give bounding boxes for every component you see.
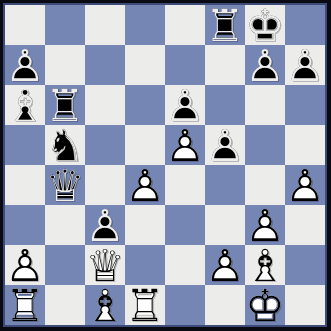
white-queen-glyph-outline: ♕ bbox=[85, 246, 125, 286]
white-pawn-glyph-fill: ♟ bbox=[205, 246, 245, 286]
square-g4[interactable] bbox=[245, 165, 285, 205]
square-g6[interactable] bbox=[245, 85, 285, 125]
black-king-glyph-fill: ♚ bbox=[245, 6, 285, 46]
square-g1[interactable]: ♚♔ bbox=[245, 285, 285, 325]
square-a7[interactable]: ♟♙ bbox=[5, 45, 45, 85]
square-b2[interactable] bbox=[45, 245, 85, 285]
white-rook-glyph-fill: ♜ bbox=[5, 286, 45, 326]
black-knight-glyph-fill: ♞ bbox=[45, 126, 85, 166]
black-pawn-glyph-outline: ♙ bbox=[205, 126, 245, 166]
white-pawn-glyph-outline: ♙ bbox=[205, 246, 245, 286]
square-e3[interactable] bbox=[165, 205, 205, 245]
black-pawn-glyph-fill: ♟ bbox=[85, 206, 125, 246]
square-a5[interactable] bbox=[5, 125, 45, 165]
black-pawn-glyph-outline: ♙ bbox=[285, 46, 325, 86]
chess-board-frame: ♜♖♚♔♟♙♟♙♟♙♝♗♜♖♟♙♞♘♟♙♟♙♛♕♟♙♟♙♟♙♟♙♟♙♛♕♟♙♝♗… bbox=[0, 0, 331, 331]
piece-white-pawn[interactable]: ♟♙ bbox=[5, 245, 45, 285]
white-pawn-glyph-outline: ♙ bbox=[125, 166, 165, 206]
square-f8[interactable]: ♜♖ bbox=[205, 5, 245, 45]
piece-white-queen[interactable]: ♛♕ bbox=[85, 245, 125, 285]
square-g5[interactable] bbox=[245, 125, 285, 165]
white-pawn-glyph-outline: ♙ bbox=[285, 166, 325, 206]
square-c2[interactable]: ♛♕ bbox=[85, 245, 125, 285]
piece-white-pawn[interactable]: ♟♙ bbox=[285, 165, 325, 205]
white-pawn-glyph-fill: ♟ bbox=[125, 166, 165, 206]
square-d5[interactable] bbox=[125, 125, 165, 165]
white-pawn-glyph-fill: ♟ bbox=[285, 166, 325, 206]
piece-black-pawn[interactable]: ♟♙ bbox=[165, 85, 205, 125]
square-g7[interactable]: ♟♙ bbox=[245, 45, 285, 85]
piece-black-king[interactable]: ♚♔ bbox=[245, 5, 285, 45]
square-f1[interactable] bbox=[205, 285, 245, 325]
piece-black-queen[interactable]: ♛♕ bbox=[45, 165, 85, 205]
piece-black-pawn[interactable]: ♟♙ bbox=[205, 125, 245, 165]
square-g8[interactable]: ♚♔ bbox=[245, 5, 285, 45]
square-h8[interactable] bbox=[285, 5, 325, 45]
square-c1[interactable]: ♝♗ bbox=[85, 285, 125, 325]
square-b8[interactable] bbox=[45, 5, 85, 45]
square-e1[interactable] bbox=[165, 285, 205, 325]
black-pawn-glyph-fill: ♟ bbox=[5, 46, 45, 86]
piece-white-pawn[interactable]: ♟♙ bbox=[125, 165, 165, 205]
piece-white-rook[interactable]: ♜♖ bbox=[125, 285, 165, 325]
square-d2[interactable] bbox=[125, 245, 165, 285]
square-d8[interactable] bbox=[125, 5, 165, 45]
square-a1[interactable]: ♜♖ bbox=[5, 285, 45, 325]
square-h4[interactable]: ♟♙ bbox=[285, 165, 325, 205]
white-pawn-glyph-outline: ♙ bbox=[5, 246, 45, 286]
square-e2[interactable] bbox=[165, 245, 205, 285]
piece-black-pawn[interactable]: ♟♙ bbox=[85, 205, 125, 245]
black-queen-glyph-outline: ♕ bbox=[45, 166, 85, 206]
square-h6[interactable] bbox=[285, 85, 325, 125]
square-h1[interactable] bbox=[285, 285, 325, 325]
square-c8[interactable] bbox=[85, 5, 125, 45]
square-c3[interactable]: ♟♙ bbox=[85, 205, 125, 245]
square-h2[interactable] bbox=[285, 245, 325, 285]
black-pawn-glyph-fill: ♟ bbox=[205, 126, 245, 166]
black-pawn-glyph-fill: ♟ bbox=[285, 46, 325, 86]
white-queen-glyph-fill: ♛ bbox=[85, 246, 125, 286]
square-a4[interactable] bbox=[5, 165, 45, 205]
square-e7[interactable] bbox=[165, 45, 205, 85]
square-a8[interactable] bbox=[5, 5, 45, 45]
square-d7[interactable] bbox=[125, 45, 165, 85]
square-a2[interactable]: ♟♙ bbox=[5, 245, 45, 285]
square-h5[interactable] bbox=[285, 125, 325, 165]
black-rook-glyph-fill: ♜ bbox=[205, 6, 245, 46]
square-b1[interactable] bbox=[45, 285, 85, 325]
square-d4[interactable]: ♟♙ bbox=[125, 165, 165, 205]
square-e5[interactable]: ♟♙ bbox=[165, 125, 205, 165]
piece-black-pawn[interactable]: ♟♙ bbox=[5, 45, 45, 85]
piece-white-king[interactable]: ♚♔ bbox=[245, 285, 285, 325]
white-bishop-glyph-outline: ♗ bbox=[85, 286, 125, 326]
white-pawn-glyph-outline: ♙ bbox=[165, 126, 205, 166]
piece-black-knight[interactable]: ♞♘ bbox=[45, 125, 85, 165]
white-bishop-glyph-fill: ♝ bbox=[85, 286, 125, 326]
white-rook-glyph-outline: ♖ bbox=[5, 286, 45, 326]
white-king-glyph-outline: ♔ bbox=[245, 286, 285, 326]
piece-black-pawn[interactable]: ♟♙ bbox=[285, 45, 325, 85]
piece-white-pawn[interactable]: ♟♙ bbox=[205, 245, 245, 285]
square-c6[interactable] bbox=[85, 85, 125, 125]
black-rook-glyph-outline: ♖ bbox=[45, 86, 85, 126]
black-rook-glyph-fill: ♜ bbox=[45, 86, 85, 126]
square-c7[interactable] bbox=[85, 45, 125, 85]
black-knight-glyph-outline: ♘ bbox=[45, 126, 85, 166]
square-b4[interactable]: ♛♕ bbox=[45, 165, 85, 205]
white-bishop-glyph-fill: ♝ bbox=[245, 246, 285, 286]
piece-black-bishop[interactable]: ♝♗ bbox=[5, 85, 45, 125]
white-pawn-glyph-fill: ♟ bbox=[245, 206, 285, 246]
square-b6[interactable]: ♜♖ bbox=[45, 85, 85, 125]
square-e6[interactable]: ♟♙ bbox=[165, 85, 205, 125]
square-f7[interactable] bbox=[205, 45, 245, 85]
square-e4[interactable] bbox=[165, 165, 205, 205]
square-a3[interactable] bbox=[5, 205, 45, 245]
black-pawn-glyph-outline: ♙ bbox=[245, 46, 285, 86]
square-f6[interactable] bbox=[205, 85, 245, 125]
square-h3[interactable] bbox=[285, 205, 325, 245]
black-rook-glyph-outline: ♖ bbox=[205, 6, 245, 46]
square-c4[interactable] bbox=[85, 165, 125, 205]
square-f4[interactable] bbox=[205, 165, 245, 205]
black-pawn-glyph-fill: ♟ bbox=[245, 46, 285, 86]
square-f2[interactable]: ♟♙ bbox=[205, 245, 245, 285]
piece-white-bishop[interactable]: ♝♗ bbox=[245, 245, 285, 285]
piece-white-rook[interactable]: ♜♖ bbox=[5, 285, 45, 325]
piece-black-rook[interactable]: ♜♖ bbox=[205, 5, 245, 45]
black-pawn-glyph-outline: ♙ bbox=[165, 86, 205, 126]
piece-white-bishop[interactable]: ♝♗ bbox=[85, 285, 125, 325]
square-g3[interactable]: ♟♙ bbox=[245, 205, 285, 245]
square-f3[interactable] bbox=[205, 205, 245, 245]
black-bishop-glyph-fill: ♝ bbox=[5, 86, 45, 126]
piece-black-rook[interactable]: ♜♖ bbox=[45, 85, 85, 125]
piece-white-pawn[interactable]: ♟♙ bbox=[245, 205, 285, 245]
black-pawn-glyph-outline: ♙ bbox=[5, 46, 45, 86]
white-rook-glyph-outline: ♖ bbox=[125, 286, 165, 326]
square-d1[interactable]: ♜♖ bbox=[125, 285, 165, 325]
black-pawn-glyph-fill: ♟ bbox=[165, 86, 205, 126]
square-d6[interactable] bbox=[125, 85, 165, 125]
black-pawn-glyph-outline: ♙ bbox=[85, 206, 125, 246]
square-e8[interactable] bbox=[165, 5, 205, 45]
white-pawn-glyph-outline: ♙ bbox=[245, 206, 285, 246]
square-b7[interactable] bbox=[45, 45, 85, 85]
white-king-glyph-fill: ♚ bbox=[245, 286, 285, 326]
white-bishop-glyph-outline: ♗ bbox=[245, 246, 285, 286]
square-g2[interactable]: ♝♗ bbox=[245, 245, 285, 285]
white-pawn-glyph-fill: ♟ bbox=[5, 246, 45, 286]
square-h7[interactable]: ♟♙ bbox=[285, 45, 325, 85]
square-d3[interactable] bbox=[125, 205, 165, 245]
square-b5[interactable]: ♞♘ bbox=[45, 125, 85, 165]
square-a6[interactable]: ♝♗ bbox=[5, 85, 45, 125]
piece-white-pawn[interactable]: ♟♙ bbox=[165, 125, 205, 165]
piece-black-pawn[interactable]: ♟♙ bbox=[245, 45, 285, 85]
black-queen-glyph-fill: ♛ bbox=[45, 166, 85, 206]
chess-board: ♜♖♚♔♟♙♟♙♟♙♝♗♜♖♟♙♞♘♟♙♟♙♛♕♟♙♟♙♟♙♟♙♟♙♛♕♟♙♝♗… bbox=[5, 5, 325, 325]
black-bishop-glyph-outline: ♗ bbox=[5, 86, 45, 126]
white-rook-glyph-fill: ♜ bbox=[125, 286, 165, 326]
white-pawn-glyph-fill: ♟ bbox=[165, 126, 205, 166]
square-b3[interactable] bbox=[45, 205, 85, 245]
black-king-glyph-outline: ♔ bbox=[245, 6, 285, 46]
square-c5[interactable] bbox=[85, 125, 125, 165]
square-f5[interactable]: ♟♙ bbox=[205, 125, 245, 165]
